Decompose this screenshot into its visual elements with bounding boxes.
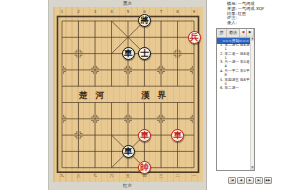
move-text: 车四进五 将6平5 — [225, 78, 251, 86]
move-text: 兵一平二 车5平8 — [225, 69, 251, 77]
piece-red-soldier[interactable]: 兵 — [188, 31, 201, 44]
move-column-header: 着法 — [227, 29, 240, 37]
bottom-coordinate: 三 — [153, 173, 170, 178]
nav-forward-button[interactable]: ▶ — [247, 29, 254, 37]
bottom-coordinate: 二 — [169, 173, 186, 178]
move-text: 车二进七 将6进1 — [225, 43, 251, 51]
piece-black-chariot[interactable]: 車 — [122, 47, 135, 60]
piece-black-chariot[interactable]: 車 — [122, 145, 135, 158]
piece-black-general[interactable]: 將 — [138, 14, 151, 27]
piece-black-advisor[interactable]: 士 — [138, 47, 151, 60]
move-list-scrollbar[interactable]: ▲ ▼ — [250, 37, 254, 170]
vcr-toolbar: |◀◀▶▶|▶▶ — [228, 177, 272, 184]
red-side-label: 红方 — [49, 182, 206, 190]
black-side-label: 黑方 — [49, 0, 206, 7]
move-rows: 1.车二进七 将6进12.车二退一 将6退13.兵一进一 车5退44.兵一平二 … — [217, 43, 250, 170]
move-text: 车二退一 将6退1 — [225, 52, 251, 60]
pieces-grid: 將兵車士車車車帥 — [54, 13, 203, 176]
vcr-last-button[interactable]: ▶| — [255, 177, 263, 184]
move-text: 兵一进一 车5退4 — [225, 60, 251, 68]
board-panel: 黑方 123456789 楚河 漢界 將兵車士車車車帥 九八七六五四三二一 红方 — [48, 0, 207, 190]
vcr-next-button[interactable]: ▶ — [246, 177, 254, 184]
app-window: 黑方 123456789 楚河 漢界 將兵車士車車車帥 九八七六五四三二一 红方… — [0, 0, 304, 190]
bottom-coordinate: 八 — [70, 173, 87, 178]
bottom-coordinate: 七 — [87, 173, 104, 178]
bottom-coordinate: 五 — [120, 173, 137, 178]
seq-column-header: 序 — [217, 29, 227, 37]
move-row[interactable]: 3.兵一进一 车5退4 — [217, 60, 250, 69]
move-row[interactable]: 4.兵一平二 车5平8 — [217, 69, 250, 78]
vcr-prev-button[interactable]: ◀ — [237, 177, 245, 184]
move-row[interactable]: 6.车二进一 — [217, 86, 250, 91]
right-panel: 棋局:一气呵成 来源:一气呵成.XQF 结果:红胜 评注: 录入: 序 着法 ◀… — [208, 0, 304, 190]
xiangqi-board[interactable]: 123456789 楚河 漢界 將兵車士車車車帥 九八七六五四三二一 — [53, 7, 203, 182]
bottom-coordinate: 四 — [136, 173, 153, 178]
move-text: 车二进一 — [225, 86, 251, 90]
game-info: 棋局:一气呵成 来源:一气呵成.XQF 结果:红胜 评注: 录入: — [227, 2, 264, 26]
scroll-down-icon[interactable]: ▼ — [251, 166, 254, 170]
move-list-header: 序 着法 ◀ ▶ — [217, 29, 254, 38]
info-value: 红胜 — [238, 11, 246, 16]
info-row-recorder: 录入: — [227, 21, 264, 26]
bottom-coordinate: 一 — [186, 173, 203, 178]
bottom-coordinate: 九 — [54, 173, 71, 178]
move-row[interactable]: 1.车二进七 将6进1 — [217, 43, 250, 52]
piece-red-chariot[interactable]: 車 — [171, 129, 184, 142]
move-list[interactable]: 序 着法 ◀ ▶ ===开始=== 1.车二进七 将6进12.车二退一 将6退1… — [216, 28, 255, 171]
scroll-up-icon[interactable]: ▲ — [251, 37, 254, 41]
bottom-coordinates: 九八七六五四三二一 — [54, 173, 203, 178]
vcr-first-button[interactable]: |◀ — [228, 177, 236, 184]
info-label: 录入: — [227, 20, 237, 25]
vcr-autoplay-button[interactable]: ▶▶ — [264, 177, 272, 184]
piece-red-chariot[interactable]: 車 — [138, 129, 151, 142]
nav-back-button[interactable]: ◀ — [240, 29, 247, 37]
bottom-coordinate: 六 — [103, 173, 120, 178]
